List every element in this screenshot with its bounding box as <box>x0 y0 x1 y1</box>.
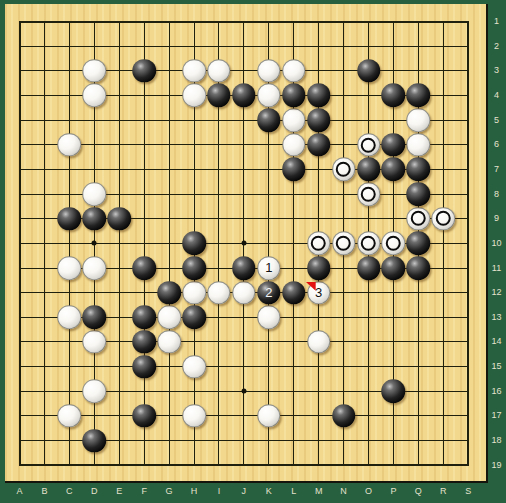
column-label-P: P <box>385 486 401 497</box>
stone-black-Q11 <box>407 256 431 280</box>
stone-black-N17 <box>332 404 356 428</box>
stone-white-N7 <box>332 158 356 182</box>
stone-black-P4 <box>382 84 406 108</box>
stone-black-J11 <box>232 256 256 280</box>
stone-black-F11 <box>132 256 156 280</box>
stone-white-M10 <box>307 232 331 256</box>
row-label-16: 16 <box>488 386 505 397</box>
stone-black-O7 <box>357 158 381 182</box>
goban[interactable]: 132 <box>5 4 488 483</box>
stone-white-M14 <box>307 330 331 354</box>
stone-white-L3 <box>282 59 306 83</box>
stone-black-Q7 <box>407 158 431 182</box>
row-label-11: 11 <box>488 263 505 274</box>
stone-black-Q10 <box>407 232 431 256</box>
stone-white-L6 <box>282 133 306 157</box>
stone-black-E9 <box>107 207 131 231</box>
stone-black-F15 <box>132 355 156 379</box>
row-label-9: 9 <box>488 213 505 224</box>
stone-black-M6 <box>307 133 331 157</box>
circle-mark <box>386 236 401 251</box>
row-label-5: 5 <box>488 115 505 126</box>
stone-black-L12 <box>282 281 306 305</box>
stone-white-O8 <box>357 182 381 206</box>
row-label-7: 7 <box>488 164 505 175</box>
stone-white-Q5 <box>407 108 431 132</box>
grid-horizontal-line <box>19 415 470 416</box>
column-label-L: L <box>286 486 302 497</box>
stone-white-H4 <box>182 84 206 108</box>
stone-white-I12 <box>207 281 231 305</box>
stone-black-F13 <box>132 306 156 330</box>
stone-white-I3 <box>207 59 231 83</box>
column-label-M: M <box>311 486 327 497</box>
stone-white-D4 <box>83 84 107 108</box>
row-label-6: 6 <box>488 139 505 150</box>
row-label-4: 4 <box>488 90 505 101</box>
circle-mark <box>311 236 326 251</box>
circle-mark <box>361 236 376 251</box>
go-board-screenshot: 132 12345678910111213141516171819 ABCDEF… <box>0 0 506 503</box>
circle-mark <box>411 211 426 226</box>
stone-white-G14 <box>157 330 181 354</box>
column-label-A: A <box>12 486 28 497</box>
stone-black-H13 <box>182 306 206 330</box>
stone-black-D18 <box>83 429 107 453</box>
column-label-O: O <box>361 486 377 497</box>
stone-black-L4 <box>282 84 306 108</box>
stone-white-H3 <box>182 59 206 83</box>
grid-vertical-line <box>467 21 469 467</box>
row-label-8: 8 <box>488 189 505 200</box>
grid-horizontal-line <box>19 464 470 466</box>
circle-mark <box>436 211 451 226</box>
row-label-18: 18 <box>488 435 505 446</box>
column-label-H: H <box>186 486 202 497</box>
row-label-2: 2 <box>488 41 505 52</box>
stone-black-K12: 2 <box>257 281 281 305</box>
stone-black-K5 <box>257 108 281 132</box>
stone-black-L7 <box>282 158 306 182</box>
row-label-14: 14 <box>488 336 505 347</box>
circle-mark <box>336 162 351 177</box>
column-label-G: G <box>161 486 177 497</box>
stone-white-D11 <box>83 256 107 280</box>
stone-white-C13 <box>58 306 82 330</box>
stone-white-D3 <box>83 59 107 83</box>
stone-white-G13 <box>157 306 181 330</box>
stone-black-H11 <box>182 256 206 280</box>
stone-black-Q8 <box>407 182 431 206</box>
column-label-R: R <box>435 486 451 497</box>
stone-black-P6 <box>382 133 406 157</box>
column-label-E: E <box>111 486 127 497</box>
column-label-Q: Q <box>410 486 426 497</box>
row-label-1: 1 <box>488 16 505 27</box>
stone-white-R9 <box>432 207 456 231</box>
circle-mark <box>361 187 376 202</box>
stone-black-H10 <box>182 232 206 256</box>
stone-white-H15 <box>182 355 206 379</box>
stone-white-Q9 <box>407 207 431 231</box>
stone-black-O11 <box>357 256 381 280</box>
column-label-S: S <box>460 486 476 497</box>
stone-white-K11: 1 <box>257 256 281 280</box>
stone-black-P7 <box>382 158 406 182</box>
row-label-3: 3 <box>488 65 505 76</box>
stone-black-C9 <box>58 207 82 231</box>
stone-black-M4 <box>307 84 331 108</box>
stone-white-K4 <box>257 84 281 108</box>
stone-black-D13 <box>83 306 107 330</box>
stone-white-D16 <box>83 380 107 404</box>
hoshi-point-J16 <box>241 389 246 394</box>
row-label-13: 13 <box>488 312 505 323</box>
stone-white-Q6 <box>407 133 431 157</box>
hoshi-point-J10 <box>241 241 246 246</box>
row-label-17: 17 <box>488 410 505 421</box>
stone-white-N10 <box>332 232 356 256</box>
stone-white-C17 <box>58 404 82 428</box>
stone-black-D9 <box>83 207 107 231</box>
stone-black-P11 <box>382 256 406 280</box>
column-label-N: N <box>336 486 352 497</box>
stone-white-C6 <box>58 133 82 157</box>
row-label-19: 19 <box>488 460 505 471</box>
column-label-B: B <box>36 486 52 497</box>
column-label-K: K <box>261 486 277 497</box>
stone-white-H12 <box>182 281 206 305</box>
stone-white-C11 <box>58 256 82 280</box>
stone-white-P10 <box>382 232 406 256</box>
stone-black-I4 <box>207 84 231 108</box>
stone-black-G12 <box>157 281 181 305</box>
stone-black-O3 <box>357 59 381 83</box>
stone-white-H17 <box>182 404 206 428</box>
hoshi-point-D10 <box>92 241 97 246</box>
move-number-label: 3 <box>315 286 322 299</box>
stone-white-D8 <box>83 182 107 206</box>
row-label-10: 10 <box>488 238 505 249</box>
stone-white-K3 <box>257 59 281 83</box>
circle-mark <box>361 137 376 152</box>
stone-white-D14 <box>83 330 107 354</box>
stone-white-L5 <box>282 108 306 132</box>
move-number-label: 2 <box>265 286 272 299</box>
stone-white-J12 <box>232 281 256 305</box>
circle-mark <box>336 236 351 251</box>
stone-black-F3 <box>132 59 156 83</box>
stone-black-F17 <box>132 404 156 428</box>
stone-white-O6 <box>357 133 381 157</box>
stone-black-P16 <box>382 380 406 404</box>
column-label-C: C <box>61 486 77 497</box>
stone-white-K13 <box>257 306 281 330</box>
column-label-J: J <box>236 486 252 497</box>
column-label-I: I <box>211 486 227 497</box>
stone-black-M5 <box>307 108 331 132</box>
stone-black-Q4 <box>407 84 431 108</box>
grid-horizontal-line <box>19 366 470 367</box>
stone-black-F14 <box>132 330 156 354</box>
row-label-12: 12 <box>488 287 505 298</box>
stone-black-J4 <box>232 84 256 108</box>
stone-white-O10 <box>357 232 381 256</box>
column-label-F: F <box>136 486 152 497</box>
column-label-D: D <box>86 486 102 497</box>
stone-white-K17 <box>257 404 281 428</box>
stone-black-M11 <box>307 256 331 280</box>
move-number-label: 1 <box>265 262 272 275</box>
row-label-15: 15 <box>488 361 505 372</box>
grid-vertical-line <box>443 21 444 467</box>
